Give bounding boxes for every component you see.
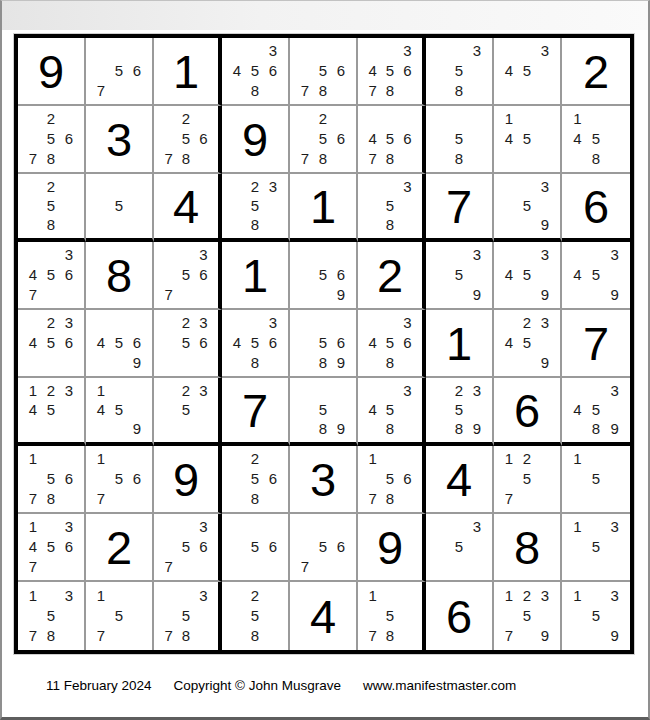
- candidate-digit: 3: [264, 177, 282, 196]
- candidate-digit: 5: [381, 61, 398, 81]
- footer: 11 February 2024 Copyright © John Musgra…: [46, 678, 516, 693]
- cell-r3c6[interactable]: 358: [358, 174, 426, 242]
- candidate-digit: 6: [128, 333, 146, 353]
- candidate-digit: 6: [60, 129, 78, 149]
- cell-r2c8[interactable]: 145: [494, 106, 562, 174]
- cell-r2c7[interactable]: 58: [426, 106, 494, 174]
- candidate-digit: 3: [399, 313, 416, 333]
- cell-r9c2[interactable]: 157: [86, 582, 154, 650]
- cell-r8c8[interactable]: 8: [494, 514, 562, 582]
- cell-r7c7[interactable]: 4: [426, 446, 494, 514]
- candidate-digit: 5: [314, 537, 332, 557]
- candidate-digit: 5: [381, 469, 398, 489]
- candidate-digit: 5: [314, 61, 332, 81]
- candidate-digit: 5: [587, 537, 606, 557]
- candidate-digit: 1: [364, 449, 381, 469]
- candidate-digit: 6: [332, 61, 350, 81]
- cell-r5c5[interactable]: 5689: [290, 310, 358, 378]
- candidate-digit: 4: [500, 129, 518, 149]
- cell-r2c5[interactable]: 25678: [290, 106, 358, 174]
- cell-r7c8[interactable]: 1257: [494, 446, 562, 514]
- candidate-marks: 3459: [494, 242, 560, 308]
- candidate-digit: 5: [246, 605, 264, 625]
- candidate-digit: 1: [92, 585, 110, 605]
- candidate-digit: 3: [60, 517, 78, 537]
- candidate-digit: 5: [314, 265, 332, 285]
- candidate-digit: 2: [42, 109, 60, 129]
- cell-r8c6[interactable]: 9: [358, 514, 426, 582]
- candidate-marks: 45678: [358, 106, 422, 172]
- given-digit: 4: [310, 593, 336, 640]
- candidate-digit: 2: [518, 449, 536, 469]
- candidate-digit: 6: [60, 333, 78, 353]
- candidate-digit: 5: [450, 61, 468, 81]
- candidate-digit: 5: [518, 196, 536, 215]
- candidate-marks: 358: [358, 174, 422, 238]
- candidate-digit: 3: [195, 585, 212, 605]
- candidate-marks: 1359: [562, 582, 630, 650]
- candidate-marks: 23459: [494, 310, 560, 376]
- cell-r3c3[interactable]: 4: [154, 174, 222, 242]
- candidate-marks: 3567: [154, 242, 218, 308]
- candidate-marks: 3578: [154, 582, 218, 650]
- cell-r9c8[interactable]: 123579: [494, 582, 562, 650]
- cell-r1c9[interactable]: 2: [562, 38, 630, 106]
- candidate-digit: 5: [450, 129, 468, 149]
- given-digit: 6: [583, 183, 609, 230]
- cell-r6c7[interactable]: 23589: [426, 378, 494, 446]
- candidate-digit: 7: [24, 148, 42, 168]
- candidate-marks: 25678: [290, 106, 356, 172]
- candidate-digit: 5: [450, 537, 468, 557]
- given-digit: 4: [173, 183, 199, 230]
- given-digit: 4: [446, 456, 472, 503]
- cell-r6c1[interactable]: 12345: [18, 378, 86, 446]
- cell-r2c1[interactable]: 25678: [18, 106, 86, 174]
- candidate-digit: 7: [24, 284, 42, 304]
- candidate-digit: 9: [536, 626, 554, 646]
- candidate-digit: 8: [587, 419, 606, 438]
- candidate-digit: 7: [364, 626, 381, 646]
- candidate-digit: 5: [314, 400, 332, 419]
- candidate-digit: 5: [177, 605, 194, 625]
- cell-r6c8[interactable]: 6: [494, 378, 562, 446]
- cell-r8c2[interactable]: 2: [86, 514, 154, 582]
- candidate-digit: 7: [24, 626, 42, 646]
- candidate-digit: 4: [364, 61, 381, 81]
- candidate-digit: 7: [500, 488, 518, 508]
- candidate-digit: 9: [128, 352, 146, 372]
- candidate-digit: 6: [332, 537, 350, 557]
- candidate-digit: 8: [450, 148, 468, 168]
- candidate-digit: 2: [42, 313, 60, 333]
- cell-r4c5[interactable]: 569: [290, 242, 358, 310]
- candidate-digit: 9: [605, 626, 624, 646]
- cell-r9c6[interactable]: 1578: [358, 582, 426, 650]
- candidate-digit: 2: [246, 585, 264, 605]
- candidate-marks: 34568: [358, 310, 422, 376]
- cell-r2c3[interactable]: 25678: [154, 106, 222, 174]
- candidate-digit: 5: [246, 61, 264, 81]
- cell-r9c5[interactable]: 4: [290, 582, 358, 650]
- given-digit: 9: [377, 524, 403, 571]
- cell-r2c9[interactable]: 1458: [562, 106, 630, 174]
- given-digit: 9: [173, 456, 199, 503]
- candidate-digit: 6: [264, 333, 282, 353]
- puzzle-page: 9567134568567834567835834522567832567892…: [0, 0, 650, 720]
- candidate-marks: 35: [426, 514, 492, 580]
- candidate-digit: 6: [399, 129, 416, 149]
- candidate-marks: 25678: [18, 106, 84, 172]
- candidate-digit: 8: [381, 148, 398, 168]
- cell-r6c5[interactable]: 589: [290, 378, 358, 446]
- cell-r3c1[interactable]: 258: [18, 174, 86, 242]
- candidate-marks: 3459: [562, 242, 630, 308]
- candidate-marks: 15678: [18, 446, 84, 512]
- candidate-digit: 8: [246, 352, 264, 372]
- candidate-marks: 3567: [154, 514, 218, 580]
- candidate-digit: 5: [246, 333, 264, 353]
- candidate-digit: 6: [332, 333, 350, 353]
- candidate-digit: 3: [60, 313, 78, 333]
- candidate-digit: 8: [42, 488, 60, 508]
- cell-r9c1[interactable]: 13578: [18, 582, 86, 650]
- cell-r7c1[interactable]: 15678: [18, 446, 86, 514]
- candidate-digit: 6: [399, 333, 416, 353]
- given-digit: 2: [583, 48, 609, 95]
- cell-r5c6[interactable]: 34568: [358, 310, 426, 378]
- footer-website: www.manifestmaster.com: [363, 678, 516, 693]
- cell-r4c6[interactable]: 2: [358, 242, 426, 310]
- given-digit: 1: [242, 252, 268, 299]
- candidate-digit: 4: [568, 129, 587, 149]
- candidate-digit: 2: [177, 109, 194, 129]
- candidate-digit: 1: [24, 449, 42, 469]
- candidate-marks: 34568: [222, 38, 288, 104]
- candidate-digit: 2: [450, 381, 468, 400]
- candidate-digit: 5: [518, 605, 536, 625]
- candidate-digit: 5: [246, 537, 264, 557]
- candidate-digit: 7: [24, 488, 42, 508]
- cell-r5c8[interactable]: 23459: [494, 310, 562, 378]
- candidate-digit: 5: [381, 400, 398, 419]
- candidate-digit: 2: [42, 177, 60, 196]
- cell-r9c7[interactable]: 6: [426, 582, 494, 650]
- candidate-digit: 5: [110, 469, 128, 489]
- candidate-digit: 5: [381, 129, 398, 149]
- candidate-digit: 3: [605, 245, 624, 265]
- cell-r4c9[interactable]: 3459: [562, 242, 630, 310]
- candidate-digit: 3: [536, 585, 554, 605]
- candidate-marks: 145: [494, 106, 560, 172]
- candidate-digit: 5: [110, 333, 128, 353]
- candidate-digit: 1: [24, 517, 42, 537]
- candidate-digit: 3: [195, 517, 212, 537]
- candidate-marks: 135: [562, 514, 630, 580]
- candidate-digit: 9: [605, 284, 624, 304]
- cell-r1c7[interactable]: 358: [426, 38, 494, 106]
- candidate-digit: 1: [364, 585, 381, 605]
- candidate-digit: 6: [60, 469, 78, 489]
- candidate-digit: 8: [381, 352, 398, 372]
- candidate-digit: 8: [42, 626, 60, 646]
- candidate-digit: 3: [399, 41, 416, 61]
- candidate-marks: 15678: [358, 446, 422, 512]
- cell-r5c3[interactable]: 2356: [154, 310, 222, 378]
- candidate-digit: 3: [60, 381, 78, 400]
- candidate-marks: 569: [290, 242, 356, 308]
- candidate-digit: 5: [177, 265, 194, 285]
- candidate-digit: 6: [264, 537, 282, 557]
- candidate-digit: 5: [587, 605, 606, 625]
- candidate-digit: 3: [605, 517, 624, 537]
- candidate-marks: 2356: [154, 310, 218, 376]
- candidate-marks: 567: [290, 514, 356, 580]
- given-digit: 6: [446, 593, 472, 640]
- candidate-digit: 3: [60, 245, 78, 265]
- cell-r2c4[interactable]: 9: [222, 106, 290, 174]
- candidate-digit: 6: [60, 265, 78, 285]
- candidate-digit: 2: [42, 381, 60, 400]
- candidate-digit: 1: [568, 585, 587, 605]
- cell-r7c5[interactable]: 3: [290, 446, 358, 514]
- candidate-digit: 3: [399, 177, 416, 196]
- candidate-marks: 1458: [562, 106, 630, 172]
- cell-r2c2[interactable]: 3: [86, 106, 154, 174]
- cell-r5c1[interactable]: 23456: [18, 310, 86, 378]
- candidate-digit: 3: [195, 313, 212, 333]
- candidate-marks: 1257: [494, 446, 560, 512]
- candidate-marks: 123579: [494, 582, 560, 650]
- candidate-digit: 4: [568, 400, 587, 419]
- cell-r9c9[interactable]: 1359: [562, 582, 630, 650]
- candidate-digit: 3: [60, 585, 78, 605]
- candidate-digit: 5: [518, 469, 536, 489]
- cell-r3c9[interactable]: 6: [562, 174, 630, 242]
- candidate-marks: 34589: [562, 378, 630, 442]
- cell-r4c7[interactable]: 359: [426, 242, 494, 310]
- candidate-digit: 7: [92, 488, 110, 508]
- candidate-digit: 7: [160, 148, 177, 168]
- candidate-digit: 4: [364, 400, 381, 419]
- cell-r1c8[interactable]: 345: [494, 38, 562, 106]
- given-digit: 1: [446, 320, 472, 367]
- candidate-digit: 3: [264, 41, 282, 61]
- candidate-digit: 4: [364, 129, 381, 149]
- cell-r5c2[interactable]: 4569: [86, 310, 154, 378]
- candidate-digit: 9: [605, 419, 624, 438]
- candidate-marks: 3458: [358, 378, 422, 442]
- candidate-marks: 589: [290, 378, 356, 442]
- given-digit: 1: [173, 48, 199, 95]
- candidate-digit: 4: [228, 333, 246, 353]
- given-digit: 2: [106, 524, 132, 571]
- cell-r7c6[interactable]: 15678: [358, 446, 426, 514]
- cell-r7c9[interactable]: 15: [562, 446, 630, 514]
- candidate-marks: 34567: [18, 242, 84, 308]
- cell-r1c2[interactable]: 567: [86, 38, 154, 106]
- given-digit: 1: [310, 183, 336, 230]
- cell-r3c2[interactable]: 5: [86, 174, 154, 242]
- candidate-digit: 2: [518, 313, 536, 333]
- cell-r8c5[interactable]: 567: [290, 514, 358, 582]
- cell-r1c1[interactable]: 9: [18, 38, 86, 106]
- candidate-digit: 7: [296, 148, 314, 168]
- cell-r1c4[interactable]: 34568: [222, 38, 290, 106]
- candidate-marks: 23456: [18, 310, 84, 376]
- candidate-digit: 3: [605, 585, 624, 605]
- candidate-digit: 1: [24, 381, 42, 400]
- cell-r8c4[interactable]: 56: [222, 514, 290, 582]
- candidate-digit: 3: [536, 177, 554, 196]
- candidate-digit: 6: [399, 469, 416, 489]
- cell-r9c4[interactable]: 258: [222, 582, 290, 650]
- given-digit: 7: [583, 320, 609, 367]
- candidate-digit: 1: [500, 585, 518, 605]
- candidate-digit: 7: [364, 148, 381, 168]
- candidate-digit: 5: [518, 265, 536, 285]
- candidate-digit: 7: [500, 626, 518, 646]
- given-digit: 8: [106, 252, 132, 299]
- candidate-marks: 345678: [358, 38, 422, 104]
- candidate-digit: 8: [381, 419, 398, 438]
- given-digit: 3: [106, 116, 132, 163]
- candidate-digit: 8: [42, 148, 60, 168]
- cell-r8c1[interactable]: 134567: [18, 514, 86, 582]
- cell-r4c3[interactable]: 3567: [154, 242, 222, 310]
- candidate-digit: 9: [468, 284, 486, 304]
- cell-r6c9[interactable]: 34589: [562, 378, 630, 446]
- cell-r7c4[interactable]: 2568: [222, 446, 290, 514]
- candidate-marks: 258: [222, 582, 288, 650]
- candidate-digit: 4: [500, 61, 518, 81]
- candidate-digit: 5: [110, 400, 128, 419]
- given-digit: 9: [38, 48, 64, 95]
- candidate-digit: 2: [314, 109, 332, 129]
- cell-r3c5[interactable]: 1: [290, 174, 358, 242]
- candidate-digit: 5: [587, 129, 606, 149]
- candidate-digit: 5: [450, 265, 468, 285]
- candidate-digit: 8: [246, 488, 264, 508]
- candidate-digit: 1: [500, 449, 518, 469]
- candidate-digit: 5: [110, 61, 128, 81]
- cell-r2c6[interactable]: 45678: [358, 106, 426, 174]
- cell-r8c9[interactable]: 135: [562, 514, 630, 582]
- cell-r3c4[interactable]: 2358: [222, 174, 290, 242]
- candidate-digit: 3: [536, 41, 554, 61]
- cell-r6c6[interactable]: 3458: [358, 378, 426, 446]
- cell-r8c7[interactable]: 35: [426, 514, 494, 582]
- candidate-marks: 134567: [18, 514, 84, 580]
- candidate-digit: 6: [128, 61, 146, 81]
- cell-r6c3[interactable]: 235: [154, 378, 222, 446]
- candidate-digit: 1: [568, 109, 587, 129]
- candidate-digit: 5: [177, 129, 194, 149]
- candidate-digit: 5: [314, 129, 332, 149]
- candidate-digit: 8: [587, 148, 606, 168]
- candidate-marks: 25678: [154, 106, 218, 172]
- cell-r1c5[interactable]: 5678: [290, 38, 358, 106]
- candidate-marks: 56: [222, 514, 288, 580]
- given-digit: 6: [514, 387, 540, 434]
- candidate-digit: 7: [160, 284, 177, 304]
- cell-r4c4[interactable]: 1: [222, 242, 290, 310]
- candidate-digit: 1: [92, 381, 110, 400]
- candidate-digit: 7: [296, 556, 314, 576]
- given-digit: 2: [377, 252, 403, 299]
- candidate-marks: 345: [494, 38, 560, 104]
- candidate-digit: 5: [246, 469, 264, 489]
- footer-date: 11 February 2024: [46, 678, 152, 693]
- cell-r4c2[interactable]: 8: [86, 242, 154, 310]
- candidate-digit: 7: [24, 556, 42, 576]
- candidate-digit: 8: [314, 80, 332, 100]
- cell-r5c7[interactable]: 1: [426, 310, 494, 378]
- cell-r9c3[interactable]: 3578: [154, 582, 222, 650]
- candidate-digit: 3: [399, 381, 416, 400]
- candidate-digit: 6: [264, 61, 282, 81]
- candidate-digit: 9: [128, 419, 146, 438]
- candidate-digit: 5: [110, 605, 128, 625]
- cell-r1c3[interactable]: 1: [154, 38, 222, 106]
- candidate-digit: 5: [314, 333, 332, 353]
- candidate-marks: 235: [154, 378, 218, 442]
- cell-r5c9[interactable]: 7: [562, 310, 630, 378]
- candidate-digit: 8: [314, 419, 332, 438]
- candidate-digit: 6: [195, 129, 212, 149]
- candidate-digit: 9: [332, 284, 350, 304]
- candidate-digit: 3: [605, 381, 624, 400]
- candidate-digit: 8: [450, 80, 468, 100]
- candidate-marks: 567: [86, 38, 152, 104]
- candidate-digit: 6: [195, 333, 212, 353]
- candidate-marks: 2568: [222, 446, 288, 512]
- cell-r4c1[interactable]: 34567: [18, 242, 86, 310]
- candidate-marks: 13578: [18, 582, 84, 650]
- candidate-digit: 7: [160, 626, 177, 646]
- cell-r6c4[interactable]: 7: [222, 378, 290, 446]
- cell-r6c2[interactable]: 1459: [86, 378, 154, 446]
- candidate-digit: 5: [177, 333, 194, 353]
- cell-r7c2[interactable]: 1567: [86, 446, 154, 514]
- cell-r3c7[interactable]: 7: [426, 174, 494, 242]
- cell-r1c6[interactable]: 345678: [358, 38, 426, 106]
- cell-r7c3[interactable]: 9: [154, 446, 222, 514]
- candidate-digit: 6: [128, 469, 146, 489]
- cell-r4c8[interactable]: 3459: [494, 242, 562, 310]
- candidate-marks: 5678: [290, 38, 356, 104]
- cell-r8c3[interactable]: 3567: [154, 514, 222, 582]
- candidate-digit: 8: [314, 352, 332, 372]
- candidate-digit: 5: [42, 537, 60, 557]
- candidate-digit: 9: [468, 419, 486, 438]
- candidate-digit: 9: [536, 352, 554, 372]
- candidate-marks: 58: [426, 106, 492, 172]
- candidate-digit: 5: [246, 196, 264, 215]
- candidate-digit: 8: [450, 419, 468, 438]
- candidate-marks: 23589: [426, 378, 492, 442]
- candidate-digit: 4: [24, 265, 42, 285]
- candidate-digit: 4: [364, 333, 381, 353]
- candidate-digit: 4: [568, 265, 587, 285]
- cell-r5c4[interactable]: 34568: [222, 310, 290, 378]
- candidate-digit: 9: [332, 352, 350, 372]
- candidate-digit: 3: [536, 313, 554, 333]
- candidate-digit: 5: [381, 605, 398, 625]
- candidate-digit: 8: [42, 215, 60, 234]
- candidate-marks: 1567: [86, 446, 152, 512]
- cell-r3c8[interactable]: 359: [494, 174, 562, 242]
